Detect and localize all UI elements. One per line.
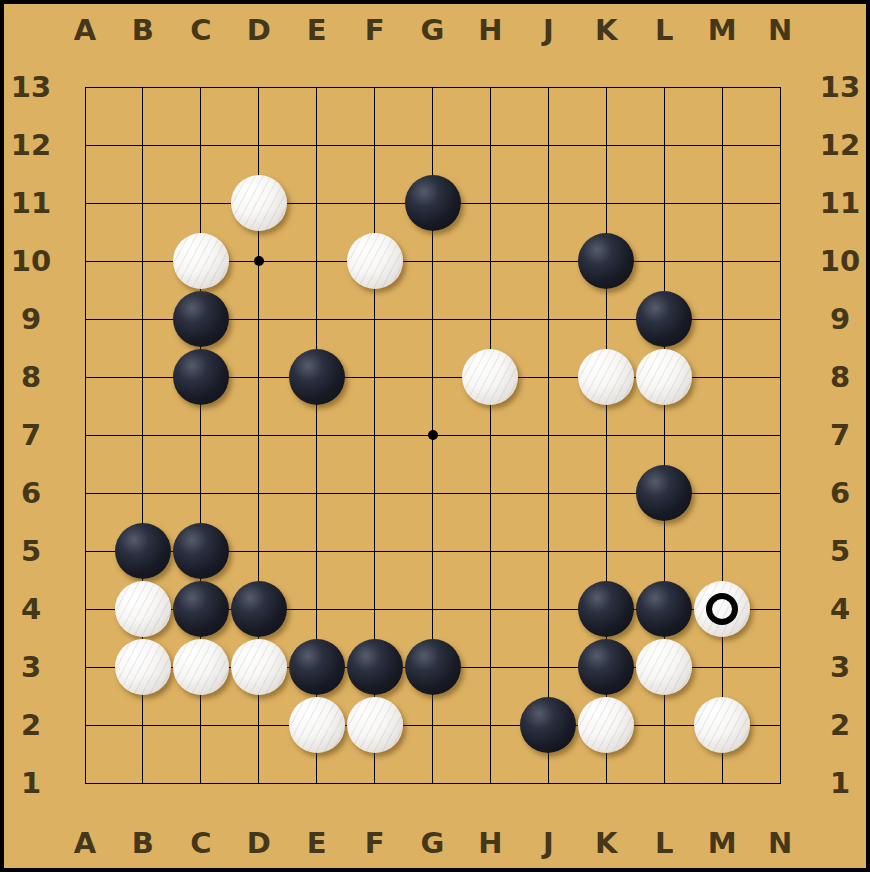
grid-cell — [723, 204, 781, 262]
row-label-right-11: 11 — [820, 186, 860, 220]
row-label-left-2: 2 — [21, 708, 41, 742]
stone-black-K4 — [578, 581, 634, 637]
grid-cell — [86, 378, 144, 436]
stone-black-C4 — [173, 581, 229, 637]
column-label-bottom-N: N — [768, 826, 792, 860]
stone-black-B5 — [115, 523, 171, 579]
stone-white-F2 — [347, 697, 403, 753]
column-label-bottom-M: M — [708, 826, 737, 860]
stone-white-C10 — [173, 233, 229, 289]
grid-cell — [201, 436, 259, 494]
grid-cell — [375, 378, 433, 436]
grid-cell — [143, 436, 201, 494]
grid-cell — [433, 552, 491, 610]
grid-cell — [375, 494, 433, 552]
grid-cell — [665, 88, 723, 146]
stone-black-F3 — [347, 639, 403, 695]
column-label-top-A: A — [74, 13, 96, 47]
row-label-left-6: 6 — [21, 476, 41, 510]
column-label-bottom-F: F — [365, 826, 385, 860]
stone-black-C9 — [173, 291, 229, 347]
grid-cell — [491, 146, 549, 204]
grid-cell — [86, 88, 144, 146]
grid-cell — [317, 436, 375, 494]
stone-black-K10 — [578, 233, 634, 289]
row-label-right-13: 13 — [820, 70, 860, 104]
row-label-right-6: 6 — [830, 476, 850, 510]
row-label-right-9: 9 — [830, 302, 850, 336]
row-label-left-4: 4 — [21, 592, 41, 626]
grid-cell — [201, 88, 259, 146]
grid-cell — [607, 88, 665, 146]
column-label-top-E: E — [307, 13, 327, 47]
row-label-right-5: 5 — [830, 534, 850, 568]
grid-cell — [549, 146, 607, 204]
row-label-left-8: 8 — [21, 360, 41, 394]
star-point-D10 — [254, 256, 264, 266]
stone-black-K3 — [578, 639, 634, 695]
grid-cell — [317, 146, 375, 204]
grid-cell — [433, 726, 491, 784]
grid-cell — [491, 262, 549, 320]
stone-white-H8 — [462, 349, 518, 405]
row-label-right-4: 4 — [830, 592, 850, 626]
column-label-bottom-A: A — [74, 826, 96, 860]
grid-cell — [665, 146, 723, 204]
row-label-right-7: 7 — [830, 418, 850, 452]
stone-black-L9 — [636, 291, 692, 347]
grid-cell — [143, 88, 201, 146]
column-label-top-F: F — [365, 13, 385, 47]
stone-black-L6 — [636, 465, 692, 521]
stone-white-C3 — [173, 639, 229, 695]
grid-cell — [723, 494, 781, 552]
grid-cell — [723, 262, 781, 320]
stone-black-G11 — [405, 175, 461, 231]
column-label-top-J: J — [543, 13, 554, 47]
grid-cell — [433, 436, 491, 494]
column-label-top-N: N — [768, 13, 792, 47]
row-label-left-5: 5 — [21, 534, 41, 568]
grid-cell — [723, 320, 781, 378]
column-label-bottom-G: G — [421, 826, 445, 860]
grid-cell — [259, 436, 317, 494]
grid-cell — [259, 262, 317, 320]
column-label-bottom-J: J — [543, 826, 554, 860]
row-label-left-7: 7 — [21, 418, 41, 452]
grid-cell — [317, 494, 375, 552]
row-label-right-8: 8 — [830, 360, 850, 394]
stone-white-L8 — [636, 349, 692, 405]
stone-black-C8 — [173, 349, 229, 405]
grid-cell — [491, 552, 549, 610]
grid-cell — [433, 262, 491, 320]
column-label-top-C: C — [190, 13, 211, 47]
grid-cell — [259, 88, 317, 146]
column-label-bottom-K: K — [595, 826, 617, 860]
grid-cell — [549, 494, 607, 552]
stone-white-M4 — [694, 581, 750, 637]
row-label-left-1: 1 — [21, 766, 41, 800]
stone-white-B4 — [115, 581, 171, 637]
grid-cell — [86, 726, 144, 784]
grid-cell — [433, 88, 491, 146]
stone-white-E2 — [289, 697, 345, 753]
grid-cell — [375, 88, 433, 146]
grid-cell — [491, 204, 549, 262]
grid-cell — [607, 146, 665, 204]
grid-cell — [317, 552, 375, 610]
stone-black-E3 — [289, 639, 345, 695]
grid-cell — [723, 378, 781, 436]
grid-cell — [143, 146, 201, 204]
stone-white-M2 — [694, 697, 750, 753]
stone-black-E8 — [289, 349, 345, 405]
grid-cell — [375, 320, 433, 378]
stone-black-J2 — [520, 697, 576, 753]
row-label-right-2: 2 — [830, 708, 850, 742]
stone-white-L3 — [636, 639, 692, 695]
column-label-bottom-L: L — [655, 826, 673, 860]
stone-white-B3 — [115, 639, 171, 695]
stone-black-C5 — [173, 523, 229, 579]
row-label-right-1: 1 — [830, 766, 850, 800]
grid-cell — [375, 436, 433, 494]
grid-cell — [723, 88, 781, 146]
star-point-G7 — [428, 430, 438, 440]
grid-cell — [375, 552, 433, 610]
grid-cell — [86, 262, 144, 320]
stone-white-D11 — [231, 175, 287, 231]
go-board: AABBCCDDEEFFGGHHJJKKLLMMNN13131212111110… — [0, 0, 870, 872]
grid-cell — [491, 436, 549, 494]
column-label-top-D: D — [247, 13, 271, 47]
column-label-top-L: L — [655, 13, 673, 47]
stone-black-L4 — [636, 581, 692, 637]
row-label-right-12: 12 — [820, 128, 860, 162]
column-label-top-M: M — [708, 13, 737, 47]
grid-cell — [549, 88, 607, 146]
grid-cell — [86, 146, 144, 204]
column-label-bottom-H: H — [478, 826, 502, 860]
stone-white-K2 — [578, 697, 634, 753]
last-move-marker — [706, 593, 738, 625]
grid-cell — [723, 436, 781, 494]
grid-cell — [491, 610, 549, 668]
stone-white-D3 — [231, 639, 287, 695]
row-label-left-9: 9 — [21, 302, 41, 336]
grid-cell — [259, 494, 317, 552]
stone-white-F10 — [347, 233, 403, 289]
grid-cell — [86, 320, 144, 378]
grid-cell — [201, 726, 259, 784]
column-label-top-H: H — [478, 13, 502, 47]
column-label-top-K: K — [595, 13, 617, 47]
stone-white-K8 — [578, 349, 634, 405]
column-label-bottom-E: E — [307, 826, 327, 860]
grid-cell — [143, 726, 201, 784]
row-label-left-10: 10 — [11, 244, 51, 278]
grid-cell — [86, 436, 144, 494]
row-label-left-12: 12 — [11, 128, 51, 162]
row-label-right-10: 10 — [820, 244, 860, 278]
grid-cell — [665, 204, 723, 262]
grid-cell — [491, 494, 549, 552]
column-label-bottom-B: B — [132, 826, 154, 860]
grid-cell — [433, 494, 491, 552]
stone-black-G3 — [405, 639, 461, 695]
stone-black-D4 — [231, 581, 287, 637]
column-label-bottom-D: D — [247, 826, 271, 860]
row-label-right-3: 3 — [830, 650, 850, 684]
row-label-left-13: 13 — [11, 70, 51, 104]
row-label-left-11: 11 — [11, 186, 51, 220]
row-label-left-3: 3 — [21, 650, 41, 684]
grid-cell — [491, 88, 549, 146]
column-label-bottom-C: C — [190, 826, 211, 860]
grid-cell — [723, 146, 781, 204]
column-label-top-G: G — [421, 13, 445, 47]
grid-cell — [86, 204, 144, 262]
grid-cell — [549, 436, 607, 494]
column-label-top-B: B — [132, 13, 154, 47]
grid-cell — [317, 88, 375, 146]
